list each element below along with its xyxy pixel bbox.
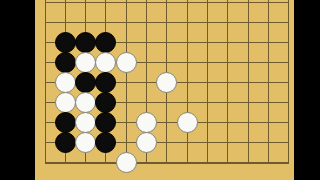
black-stone[interactable] [75,32,96,53]
video-frame[interactable] [0,0,320,180]
black-stone[interactable] [95,32,116,53]
white-stone[interactable] [75,52,96,73]
white-stone[interactable] [116,52,137,73]
go-board[interactable] [35,0,294,180]
black-stone[interactable] [55,132,76,153]
white-stone[interactable] [55,92,76,113]
white-stone[interactable] [116,152,137,173]
white-stone[interactable] [75,112,96,133]
white-stone[interactable] [177,112,198,133]
white-stone[interactable] [55,72,76,93]
white-stone[interactable] [75,92,96,113]
grid-line-horizontal [45,2,290,3]
black-stone[interactable] [95,132,116,153]
black-stone[interactable] [95,92,116,113]
black-stone[interactable] [55,32,76,53]
white-stone[interactable] [95,52,116,73]
black-stone[interactable] [55,52,76,73]
grid-line-horizontal [45,22,290,23]
board-bottom-edge-line [45,162,290,164]
go-board-grid [35,0,294,180]
black-stone[interactable] [95,112,116,133]
white-stone[interactable] [75,132,96,153]
white-stone[interactable] [136,132,157,153]
black-stone[interactable] [55,112,76,133]
white-stone[interactable] [136,112,157,133]
black-stone[interactable] [95,72,116,93]
black-stone[interactable] [75,72,96,93]
white-stone[interactable] [156,72,177,93]
